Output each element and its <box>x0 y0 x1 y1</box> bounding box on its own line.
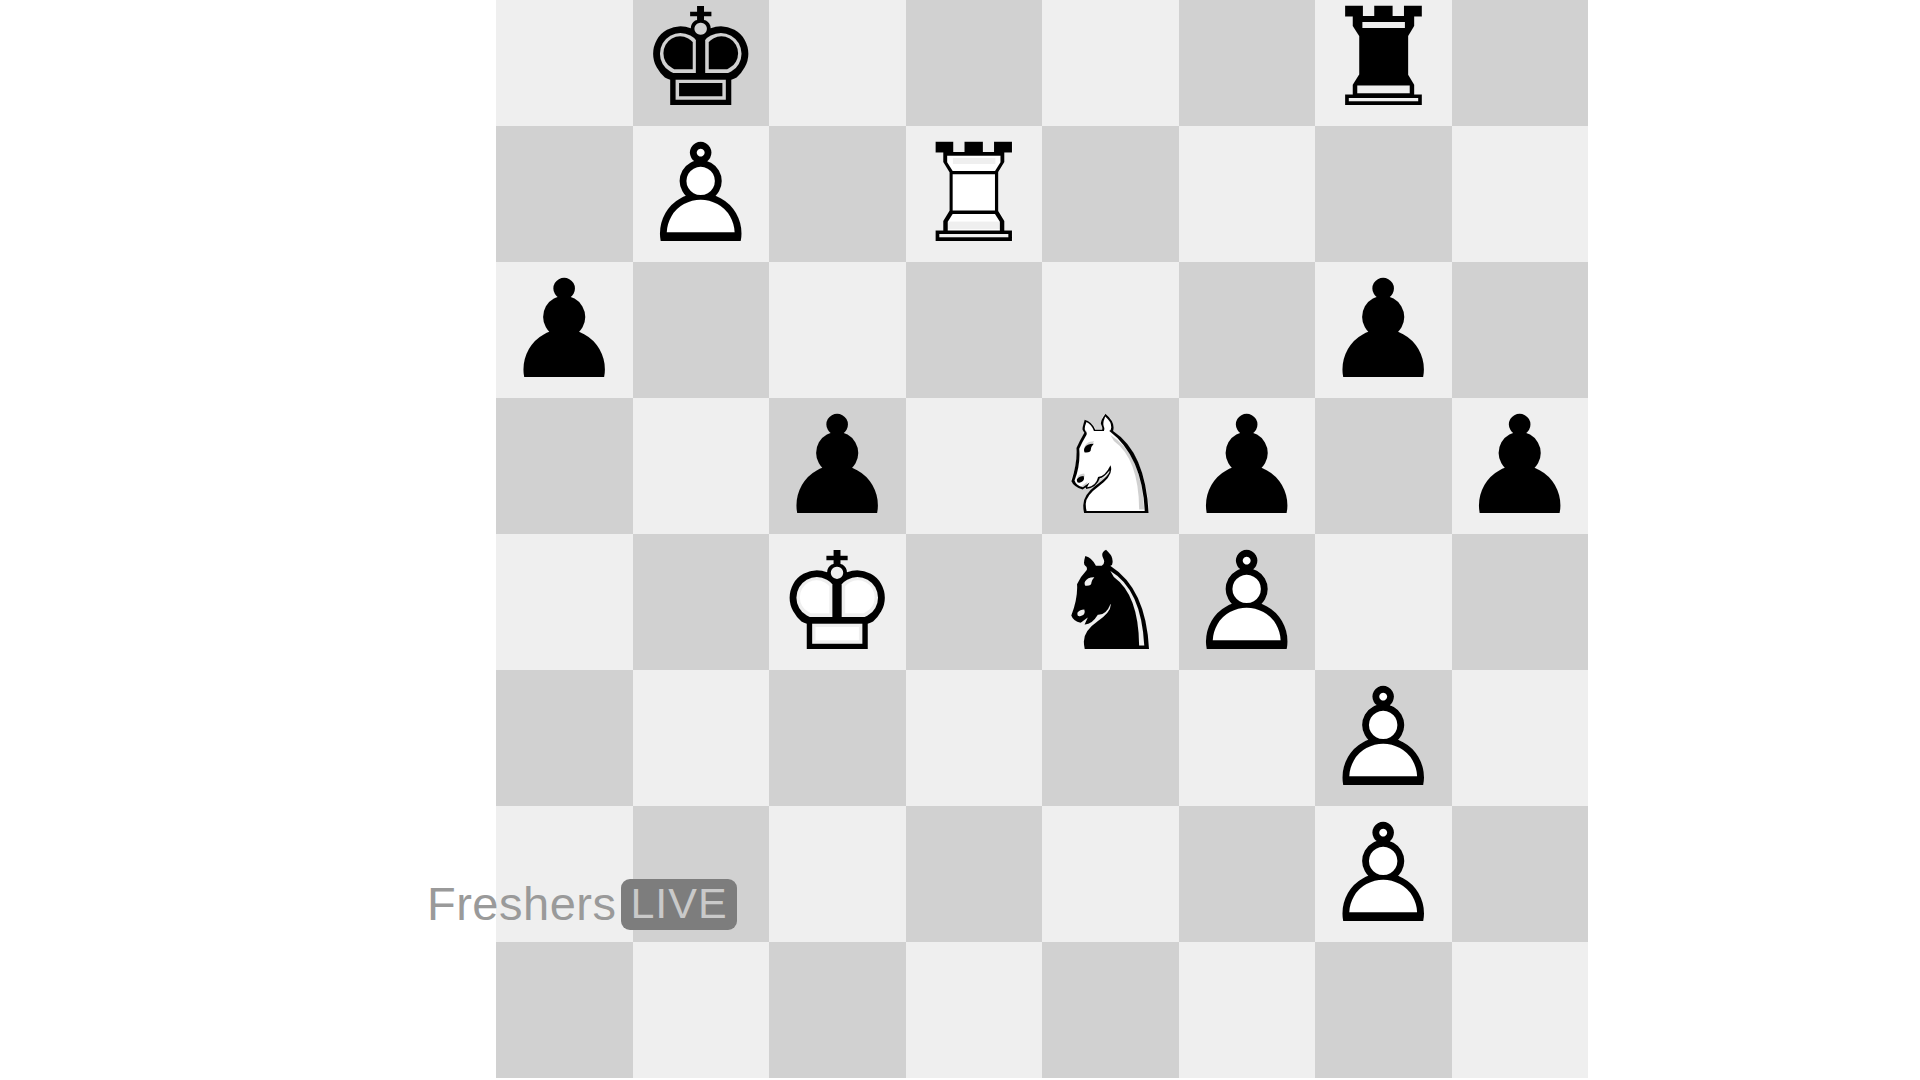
watermark: Freshers LIVE <box>427 878 737 930</box>
square-d3 <box>906 670 1043 806</box>
square-b7: ♟♙ <box>633 126 770 262</box>
white-pawn-g3: ♟♙ <box>1315 670 1452 806</box>
square-d2 <box>906 806 1043 942</box>
square-g2: ♟♙ <box>1315 806 1452 942</box>
square-f1 <box>1179 942 1316 1078</box>
square-c8 <box>769 0 906 126</box>
square-e8 <box>1042 0 1179 126</box>
white-pawn-g2: ♟♙ <box>1315 806 1452 942</box>
square-c6 <box>769 262 906 398</box>
black-pawn-f5: ♟ <box>1179 398 1316 534</box>
square-f7 <box>1179 126 1316 262</box>
square-a5 <box>496 398 633 534</box>
square-d7: ♜♖ <box>906 126 1043 262</box>
square-e1 <box>1042 942 1179 1078</box>
square-a8 <box>496 0 633 126</box>
square-a6: ♟ <box>496 262 633 398</box>
square-h2 <box>1452 806 1589 942</box>
square-h8 <box>1452 0 1589 126</box>
square-d6 <box>906 262 1043 398</box>
square-g4 <box>1315 534 1452 670</box>
square-g3: ♟♙ <box>1315 670 1452 806</box>
square-a4 <box>496 534 633 670</box>
square-b6 <box>633 262 770 398</box>
square-f2 <box>1179 806 1316 942</box>
square-a3 <box>496 670 633 806</box>
square-h5: ♟ <box>1452 398 1589 534</box>
square-b8: ♚ <box>633 0 770 126</box>
square-g8: ♜ <box>1315 0 1452 126</box>
square-f5: ♟ <box>1179 398 1316 534</box>
square-f6 <box>1179 262 1316 398</box>
square-g7 <box>1315 126 1452 262</box>
square-h4 <box>1452 534 1589 670</box>
square-h3 <box>1452 670 1589 806</box>
square-b3 <box>633 670 770 806</box>
square-c5: ♟ <box>769 398 906 534</box>
square-e3 <box>1042 670 1179 806</box>
square-f8 <box>1179 0 1316 126</box>
square-a7 <box>496 126 633 262</box>
square-c7 <box>769 126 906 262</box>
white-pawn-f4: ♟♙ <box>1179 534 1316 670</box>
square-h6 <box>1452 262 1589 398</box>
white-king-c4: ♚♔ <box>769 534 906 670</box>
white-knight-e5: ♞♘ <box>1042 398 1179 534</box>
square-c1 <box>769 942 906 1078</box>
square-b4 <box>633 534 770 670</box>
square-g5 <box>1315 398 1452 534</box>
square-b5 <box>633 398 770 534</box>
square-e2 <box>1042 806 1179 942</box>
square-f3 <box>1179 670 1316 806</box>
square-b1 <box>633 942 770 1078</box>
white-pawn-b7: ♟♙ <box>633 126 770 262</box>
square-e6 <box>1042 262 1179 398</box>
square-c3 <box>769 670 906 806</box>
square-c2 <box>769 806 906 942</box>
square-g6: ♟ <box>1315 262 1452 398</box>
black-king-b8: ♚ <box>633 0 770 126</box>
square-h1 <box>1452 942 1589 1078</box>
square-d1 <box>906 942 1043 1078</box>
black-pawn-c5: ♟ <box>769 398 906 534</box>
black-pawn-g6: ♟ <box>1315 262 1452 398</box>
square-a1 <box>496 942 633 1078</box>
square-g1 <box>1315 942 1452 1078</box>
square-e5: ♞♘ <box>1042 398 1179 534</box>
square-f4: ♟♙ <box>1179 534 1316 670</box>
watermark-brand-text: Freshers <box>427 878 616 930</box>
black-knight-e4: ♞ <box>1042 534 1179 670</box>
black-pawn-a6: ♟ <box>496 262 633 398</box>
black-rook-g8: ♜ <box>1315 0 1452 126</box>
square-d5 <box>906 398 1043 534</box>
square-e4: ♞ <box>1042 534 1179 670</box>
square-c4: ♚♔ <box>769 534 906 670</box>
square-h7 <box>1452 126 1589 262</box>
square-d8 <box>906 0 1043 126</box>
square-e7 <box>1042 126 1179 262</box>
square-d4 <box>906 534 1043 670</box>
watermark-live-badge: LIVE <box>621 879 736 930</box>
black-pawn-h5: ♟ <box>1452 398 1589 534</box>
white-rook-d7: ♜♖ <box>906 126 1043 262</box>
